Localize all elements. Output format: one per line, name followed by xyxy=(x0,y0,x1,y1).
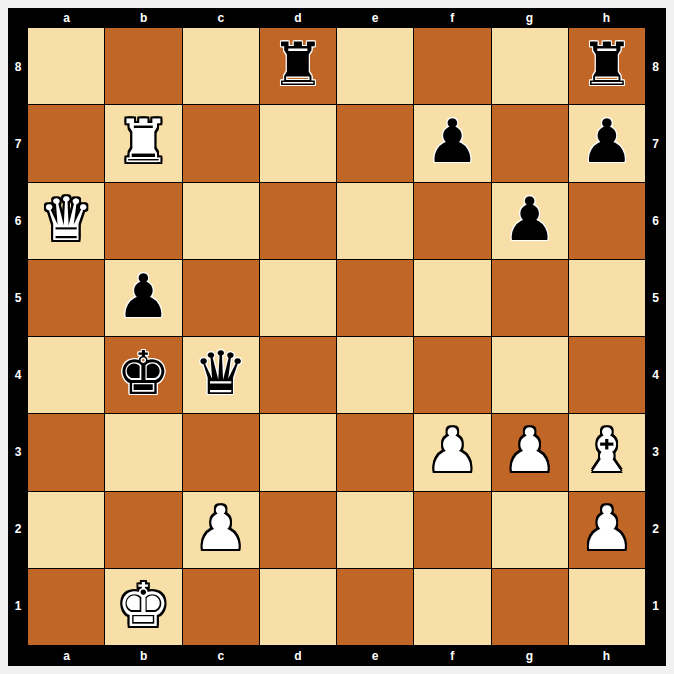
black-pawn-g6[interactable]: ♟ xyxy=(503,189,557,253)
rank-label-4: 4 xyxy=(8,337,28,414)
black-pawn-b5[interactable]: ♟ xyxy=(116,266,170,330)
square-h2[interactable]: ♟ xyxy=(569,492,645,568)
rank-label-3: 3 xyxy=(8,414,28,491)
square-a5[interactable] xyxy=(28,260,104,336)
file-label-h: h xyxy=(568,8,645,28)
file-label-c: c xyxy=(182,8,259,28)
square-b3[interactable] xyxy=(105,414,181,490)
square-d5[interactable] xyxy=(260,260,336,336)
file-label-e: e xyxy=(337,645,414,666)
square-f4[interactable] xyxy=(414,337,490,413)
file-label-d: d xyxy=(259,8,336,28)
square-h8[interactable]: ♜ xyxy=(569,28,645,104)
square-e8[interactable] xyxy=(337,28,413,104)
square-c6[interactable] xyxy=(183,183,259,259)
square-b6[interactable] xyxy=(105,183,181,259)
square-c1[interactable] xyxy=(183,569,259,645)
square-c3[interactable] xyxy=(183,414,259,490)
black-rook-h8[interactable]: ♜ xyxy=(580,34,634,98)
rank-labels-left: 87654321 xyxy=(8,28,28,645)
square-d3[interactable] xyxy=(260,414,336,490)
square-h7[interactable]: ♟ xyxy=(569,105,645,181)
square-d6[interactable] xyxy=(260,183,336,259)
square-d4[interactable] xyxy=(260,337,336,413)
square-h5[interactable] xyxy=(569,260,645,336)
file-label-g: g xyxy=(491,645,568,666)
rank-label-7: 7 xyxy=(645,105,666,182)
file-labels-top: abcdefgh xyxy=(28,8,645,28)
black-pawn-h7[interactable]: ♟ xyxy=(580,111,634,175)
square-h6[interactable] xyxy=(569,183,645,259)
square-e2[interactable] xyxy=(337,492,413,568)
rank-label-2: 2 xyxy=(645,491,666,568)
square-f2[interactable] xyxy=(414,492,490,568)
square-a6[interactable]: ♛ xyxy=(28,183,104,259)
black-pawn-f7[interactable]: ♟ xyxy=(425,111,479,175)
rank-label-3: 3 xyxy=(645,414,666,491)
square-e3[interactable] xyxy=(337,414,413,490)
chess-board: ♜♜♜♟♟♛♟♟♚♛♟♟♝♟♟♚ xyxy=(28,28,645,645)
square-b5[interactable]: ♟ xyxy=(105,260,181,336)
file-label-a: a xyxy=(28,645,105,666)
square-a2[interactable] xyxy=(28,492,104,568)
square-h4[interactable] xyxy=(569,337,645,413)
rank-label-5: 5 xyxy=(8,259,28,336)
white-queen-a6[interactable]: ♛ xyxy=(39,189,93,253)
white-rook-b7[interactable]: ♜ xyxy=(116,111,170,175)
square-d2[interactable] xyxy=(260,492,336,568)
file-label-e: e xyxy=(337,8,414,28)
square-c7[interactable] xyxy=(183,105,259,181)
rank-label-7: 7 xyxy=(8,105,28,182)
black-king-b4[interactable]: ♚ xyxy=(116,343,170,407)
square-h3[interactable]: ♝ xyxy=(569,414,645,490)
square-g8[interactable] xyxy=(492,28,568,104)
file-label-d: d xyxy=(259,645,336,666)
file-label-b: b xyxy=(105,645,182,666)
rank-label-1: 1 xyxy=(8,568,28,645)
square-a7[interactable] xyxy=(28,105,104,181)
square-e4[interactable] xyxy=(337,337,413,413)
file-label-f: f xyxy=(414,645,491,666)
rank-labels-right: 87654321 xyxy=(645,28,666,645)
white-pawn-f3[interactable]: ♟ xyxy=(425,420,479,484)
square-d7[interactable] xyxy=(260,105,336,181)
rank-label-5: 5 xyxy=(645,259,666,336)
square-g3[interactable]: ♟ xyxy=(492,414,568,490)
square-b1[interactable]: ♚ xyxy=(105,569,181,645)
square-g1[interactable] xyxy=(492,569,568,645)
black-rook-d8[interactable]: ♜ xyxy=(271,34,325,98)
white-bishop-h3[interactable]: ♝ xyxy=(580,420,634,484)
square-f5[interactable] xyxy=(414,260,490,336)
square-c2[interactable]: ♟ xyxy=(183,492,259,568)
black-queen-c4[interactable]: ♛ xyxy=(194,343,248,407)
rank-label-2: 2 xyxy=(8,491,28,568)
square-c8[interactable] xyxy=(183,28,259,104)
square-g7[interactable] xyxy=(492,105,568,181)
file-label-b: b xyxy=(105,8,182,28)
square-e5[interactable] xyxy=(337,260,413,336)
square-d1[interactable] xyxy=(260,569,336,645)
rank-label-4: 4 xyxy=(645,337,666,414)
rank-label-6: 6 xyxy=(8,182,28,259)
file-label-c: c xyxy=(182,645,259,666)
square-e6[interactable] xyxy=(337,183,413,259)
square-c5[interactable] xyxy=(183,260,259,336)
square-e7[interactable] xyxy=(337,105,413,181)
square-b2[interactable] xyxy=(105,492,181,568)
square-e1[interactable] xyxy=(337,569,413,645)
file-labels-bottom: abcdefgh xyxy=(28,645,645,666)
square-h1[interactable] xyxy=(569,569,645,645)
square-g2[interactable] xyxy=(492,492,568,568)
square-b4[interactable]: ♚ xyxy=(105,337,181,413)
square-b8[interactable] xyxy=(105,28,181,104)
square-g5[interactable] xyxy=(492,260,568,336)
white-pawn-h2[interactable]: ♟ xyxy=(580,498,634,562)
white-pawn-g3[interactable]: ♟ xyxy=(503,420,557,484)
square-f3[interactable]: ♟ xyxy=(414,414,490,490)
square-f6[interactable] xyxy=(414,183,490,259)
rank-label-8: 8 xyxy=(645,28,666,105)
square-d8[interactable]: ♜ xyxy=(260,28,336,104)
file-label-g: g xyxy=(491,8,568,28)
square-f1[interactable] xyxy=(414,569,490,645)
rank-label-8: 8 xyxy=(8,28,28,105)
white-pawn-c2[interactable]: ♟ xyxy=(194,498,248,562)
square-f7[interactable]: ♟ xyxy=(414,105,490,181)
white-king-b1[interactable]: ♚ xyxy=(116,575,170,639)
square-b7[interactable]: ♜ xyxy=(105,105,181,181)
square-a4[interactable] xyxy=(28,337,104,413)
square-a1[interactable] xyxy=(28,569,104,645)
square-g6[interactable]: ♟ xyxy=(492,183,568,259)
file-label-a: a xyxy=(28,8,105,28)
square-c4[interactable]: ♛ xyxy=(183,337,259,413)
square-a3[interactable] xyxy=(28,414,104,490)
file-label-h: h xyxy=(568,645,645,666)
file-label-f: f xyxy=(414,8,491,28)
square-g4[interactable] xyxy=(492,337,568,413)
rank-label-6: 6 xyxy=(645,182,666,259)
rank-label-1: 1 xyxy=(645,568,666,645)
board-frame: abcdefgh 87654321 ♜♜♜♟♟♛♟♟♚♛♟♟♝♟♟♚ 87654… xyxy=(8,8,666,666)
square-a8[interactable] xyxy=(28,28,104,104)
square-f8[interactable] xyxy=(414,28,490,104)
